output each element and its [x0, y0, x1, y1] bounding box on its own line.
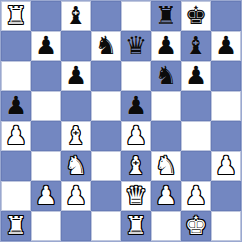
square-c8[interactable]: ♝	[61, 1, 91, 31]
square-b4[interactable]	[31, 121, 61, 151]
square-d2[interactable]	[91, 181, 121, 211]
square-e8[interactable]	[121, 1, 151, 31]
square-a7[interactable]	[1, 31, 31, 61]
square-d8[interactable]	[91, 1, 121, 31]
square-f5[interactable]	[151, 91, 181, 121]
square-h3[interactable]: ♟	[211, 151, 241, 181]
square-b6[interactable]	[31, 61, 61, 91]
chess-board: ♜♝♜♚♟♞♛♟♝♟♟♞♟♟♟♟♝♟♞♝♞♟♟♟♛♟♟♜♜♚	[0, 0, 242, 242]
square-g8[interactable]: ♚	[181, 1, 211, 31]
piece-black-bishop[interactable]: ♝	[185, 31, 207, 61]
piece-white-rook[interactable]: ♜	[5, 211, 27, 241]
square-d5[interactable]	[91, 91, 121, 121]
piece-black-pawn[interactable]: ♟	[5, 91, 27, 121]
square-f7[interactable]: ♟	[151, 31, 181, 61]
piece-white-knight[interactable]: ♞	[65, 151, 87, 181]
square-a2[interactable]	[1, 181, 31, 211]
square-g7[interactable]: ♝	[181, 31, 211, 61]
piece-black-pawn[interactable]: ♟	[125, 91, 147, 121]
square-a1[interactable]: ♜	[1, 211, 31, 241]
square-f6[interactable]: ♞	[151, 61, 181, 91]
piece-black-king[interactable]: ♚	[185, 1, 207, 31]
square-h4[interactable]	[211, 121, 241, 151]
square-f4[interactable]	[151, 121, 181, 151]
square-c5[interactable]	[61, 91, 91, 121]
square-d4[interactable]	[91, 121, 121, 151]
square-e7[interactable]: ♛	[121, 31, 151, 61]
piece-black-pawn[interactable]: ♟	[185, 61, 207, 91]
square-g1[interactable]: ♚	[181, 211, 211, 241]
square-c1[interactable]	[61, 211, 91, 241]
piece-white-bishop[interactable]: ♝	[125, 151, 147, 181]
square-f3[interactable]: ♞	[151, 151, 181, 181]
square-c2[interactable]: ♟	[61, 181, 91, 211]
square-a4[interactable]: ♟	[1, 121, 31, 151]
square-e4[interactable]: ♟	[121, 121, 151, 151]
square-g2[interactable]: ♟	[181, 181, 211, 211]
piece-white-bishop[interactable]: ♝	[65, 121, 87, 151]
piece-white-queen[interactable]: ♛	[125, 181, 147, 211]
piece-black-bishop[interactable]: ♝	[65, 1, 87, 31]
piece-black-pawn[interactable]: ♟	[35, 31, 57, 61]
square-h8[interactable]	[211, 1, 241, 31]
piece-white-pawn[interactable]: ♟	[155, 181, 177, 211]
piece-white-rook[interactable]: ♜	[125, 211, 147, 241]
square-h1[interactable]	[211, 211, 241, 241]
piece-white-pawn[interactable]: ♟	[5, 121, 27, 151]
square-g6[interactable]: ♟	[181, 61, 211, 91]
piece-black-knight[interactable]: ♞	[155, 61, 177, 91]
square-b8[interactable]	[31, 1, 61, 31]
square-h5[interactable]	[211, 91, 241, 121]
square-g3[interactable]	[181, 151, 211, 181]
piece-black-pawn[interactable]: ♟	[65, 61, 87, 91]
piece-white-pawn[interactable]: ♟	[215, 151, 237, 181]
piece-white-pawn[interactable]: ♟	[35, 181, 57, 211]
piece-black-queen[interactable]: ♛	[125, 31, 147, 61]
square-d1[interactable]	[91, 211, 121, 241]
square-e3[interactable]: ♝	[121, 151, 151, 181]
piece-white-pawn[interactable]: ♟	[65, 181, 87, 211]
square-g5[interactable]	[181, 91, 211, 121]
piece-white-pawn[interactable]: ♟	[185, 181, 207, 211]
square-h2[interactable]	[211, 181, 241, 211]
square-b1[interactable]	[31, 211, 61, 241]
square-b7[interactable]: ♟	[31, 31, 61, 61]
square-d3[interactable]	[91, 151, 121, 181]
square-g4[interactable]	[181, 121, 211, 151]
square-c3[interactable]: ♞	[61, 151, 91, 181]
square-e2[interactable]: ♛	[121, 181, 151, 211]
square-d7[interactable]: ♞	[91, 31, 121, 61]
square-f8[interactable]: ♜	[151, 1, 181, 31]
piece-black-rook[interactable]: ♜	[155, 1, 177, 31]
square-b5[interactable]	[31, 91, 61, 121]
piece-black-pawn[interactable]: ♟	[155, 31, 177, 61]
square-e5[interactable]: ♟	[121, 91, 151, 121]
square-a3[interactable]	[1, 151, 31, 181]
square-h6[interactable]	[211, 61, 241, 91]
square-a5[interactable]: ♟	[1, 91, 31, 121]
square-b3[interactable]	[31, 151, 61, 181]
piece-white-king[interactable]: ♚	[185, 211, 207, 241]
piece-white-rook[interactable]: ♜	[5, 1, 27, 31]
piece-black-pawn[interactable]: ♟	[215, 31, 237, 61]
piece-white-knight[interactable]: ♞	[155, 151, 177, 181]
square-e1[interactable]: ♜	[121, 211, 151, 241]
square-h7[interactable]: ♟	[211, 31, 241, 61]
square-c6[interactable]: ♟	[61, 61, 91, 91]
square-c4[interactable]: ♝	[61, 121, 91, 151]
square-b2[interactable]: ♟	[31, 181, 61, 211]
square-a8[interactable]: ♜	[1, 1, 31, 31]
square-e6[interactable]	[121, 61, 151, 91]
piece-white-pawn[interactable]: ♟	[125, 121, 147, 151]
square-a6[interactable]	[1, 61, 31, 91]
square-c7[interactable]	[61, 31, 91, 61]
piece-black-knight[interactable]: ♞	[95, 31, 117, 61]
square-d6[interactable]	[91, 61, 121, 91]
square-f2[interactable]: ♟	[151, 181, 181, 211]
square-f1[interactable]	[151, 211, 181, 241]
